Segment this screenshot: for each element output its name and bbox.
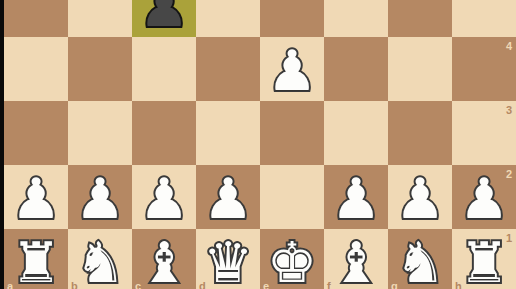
square-c5[interactable]: ♟♟ [132, 0, 196, 37]
black-pawn-glyph: ♟ [132, 0, 196, 39]
white-rook-glyph: ♜ [452, 231, 516, 289]
white-pawn-glyph: ♟ [388, 167, 452, 231]
white-pawn-glyph: ♟ [260, 39, 324, 103]
square-a4[interactable] [4, 37, 68, 101]
square-a1[interactable]: ♜♜a [4, 229, 68, 289]
piece-white-pawn-a2[interactable]: ♟♟ [4, 165, 68, 229]
square-h1[interactable]: ♜♜1h [452, 229, 516, 289]
square-f2[interactable]: ♟♟ [324, 165, 388, 229]
square-c4[interactable] [132, 37, 196, 101]
square-f5[interactable] [324, 0, 388, 37]
square-c1[interactable]: ♝♝c [132, 229, 196, 289]
square-f1[interactable]: ♝♝f [324, 229, 388, 289]
square-c3[interactable] [132, 101, 196, 165]
square-h5[interactable]: 5 [452, 0, 516, 37]
square-d1[interactable]: ♛♛d [196, 229, 260, 289]
white-pawn-glyph: ♟ [452, 167, 516, 231]
square-h3[interactable]: 3 [452, 101, 516, 165]
square-b3[interactable] [68, 101, 132, 165]
piece-white-pawn-c2[interactable]: ♟♟ [132, 165, 196, 229]
square-g3[interactable] [388, 101, 452, 165]
white-bishop-glyph: ♝ [132, 231, 196, 289]
square-a3[interactable] [4, 101, 68, 165]
white-queen-glyph: ♛ [196, 231, 260, 289]
piece-white-pawn-f2[interactable]: ♟♟ [324, 165, 388, 229]
white-rook-glyph: ♜ [4, 231, 68, 289]
piece-white-bishop-c1[interactable]: ♝♝ [132, 229, 196, 289]
square-e2[interactable] [260, 165, 324, 229]
square-h2[interactable]: ♟♟2 [452, 165, 516, 229]
square-h4[interactable]: 4 [452, 37, 516, 101]
white-knight-glyph: ♞ [388, 231, 452, 289]
square-b5[interactable] [68, 0, 132, 37]
square-d2[interactable]: ♟♟ [196, 165, 260, 229]
white-bishop-glyph: ♝ [324, 231, 388, 289]
white-pawn-glyph: ♟ [68, 167, 132, 231]
square-e4[interactable]: ♟♟ [260, 37, 324, 101]
square-e5[interactable] [260, 0, 324, 37]
letterbox-left [0, 0, 4, 289]
square-d3[interactable] [196, 101, 260, 165]
rank-label-4: 4 [506, 41, 512, 52]
square-b1[interactable]: ♞♞b [68, 229, 132, 289]
square-e3[interactable] [260, 101, 324, 165]
square-f4[interactable] [324, 37, 388, 101]
piece-white-pawn-g2[interactable]: ♟♟ [388, 165, 452, 229]
board-viewport: ♜♜♞♞♝♝♛♛♚♚♝♝♞♞♜♜8♟♟♟♟♟♟♟♟♟♟♟♟♟♟76♟♟5♟♟43… [0, 0, 516, 289]
square-b2[interactable]: ♟♟ [68, 165, 132, 229]
square-g1[interactable]: ♞♞g [388, 229, 452, 289]
rank-label-3: 3 [506, 105, 512, 116]
square-a2[interactable]: ♟♟ [4, 165, 68, 229]
white-pawn-glyph: ♟ [4, 167, 68, 231]
piece-white-knight-g1[interactable]: ♞♞ [388, 229, 452, 289]
square-b4[interactable] [68, 37, 132, 101]
square-d5[interactable] [196, 0, 260, 37]
piece-white-queen-d1[interactable]: ♛♛ [196, 229, 260, 289]
square-g4[interactable] [388, 37, 452, 101]
piece-white-pawn-e4[interactable]: ♟♟ [260, 37, 324, 101]
piece-white-pawn-d2[interactable]: ♟♟ [196, 165, 260, 229]
square-g2[interactable]: ♟♟ [388, 165, 452, 229]
square-g5[interactable] [388, 0, 452, 37]
square-e1[interactable]: ♚♚e [260, 229, 324, 289]
square-f3[interactable] [324, 101, 388, 165]
piece-white-rook-a1[interactable]: ♜♜ [4, 229, 68, 289]
square-c2[interactable]: ♟♟ [132, 165, 196, 229]
piece-white-knight-b1[interactable]: ♞♞ [68, 229, 132, 289]
white-pawn-glyph: ♟ [132, 167, 196, 231]
square-d4[interactable] [196, 37, 260, 101]
white-pawn-glyph: ♟ [324, 167, 388, 231]
square-a5[interactable] [4, 0, 68, 37]
white-king-glyph: ♚ [260, 231, 324, 289]
piece-white-pawn-h2[interactable]: ♟♟ [452, 165, 516, 229]
white-knight-glyph: ♞ [68, 231, 132, 289]
piece-white-king-e1[interactable]: ♚♚ [260, 229, 324, 289]
piece-white-rook-h1[interactable]: ♜♜ [452, 229, 516, 289]
chess-board: ♜♜♞♞♝♝♛♛♚♚♝♝♞♞♜♜8♟♟♟♟♟♟♟♟♟♟♟♟♟♟76♟♟5♟♟43… [4, 0, 516, 289]
piece-white-bishop-f1[interactable]: ♝♝ [324, 229, 388, 289]
piece-black-pawn-c5[interactable]: ♟♟ [132, 0, 196, 37]
white-pawn-glyph: ♟ [196, 167, 260, 231]
piece-white-pawn-b2[interactable]: ♟♟ [68, 165, 132, 229]
